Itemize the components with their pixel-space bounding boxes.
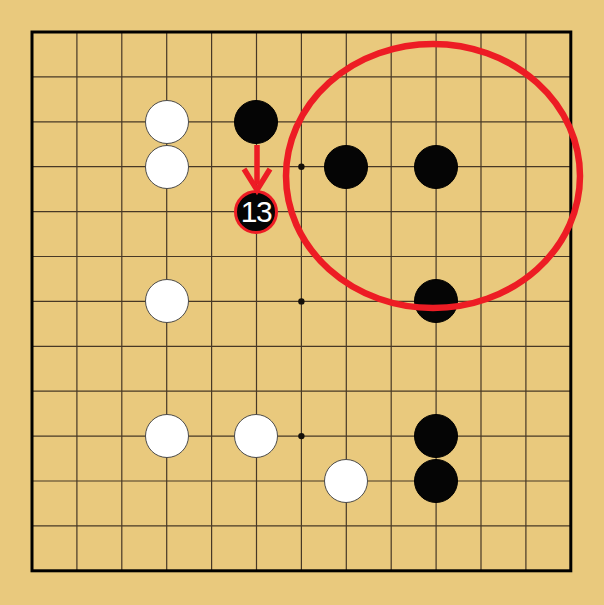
stone-black-H10[interactable] bbox=[324, 145, 368, 189]
stone-white-D11[interactable] bbox=[145, 100, 189, 144]
go-board-diagram: 13 bbox=[0, 0, 604, 605]
stone-black-K7[interactable] bbox=[414, 279, 458, 323]
stone-black-K3[interactable] bbox=[414, 459, 458, 503]
stone-black-K10[interactable] bbox=[414, 145, 458, 189]
stones-layer[interactable]: 13 bbox=[10, 10, 594, 594]
stone-white-H3[interactable] bbox=[324, 459, 368, 503]
stone-black-K4[interactable] bbox=[414, 414, 458, 458]
stone-white-D4[interactable] bbox=[145, 414, 189, 458]
stone-white-D10[interactable] bbox=[145, 145, 189, 189]
stone-black-F11[interactable] bbox=[234, 100, 278, 144]
stone-move-13[interactable]: 13 bbox=[234, 190, 278, 234]
stone-white-F4[interactable] bbox=[234, 414, 278, 458]
stone-white-D7[interactable] bbox=[145, 279, 189, 323]
